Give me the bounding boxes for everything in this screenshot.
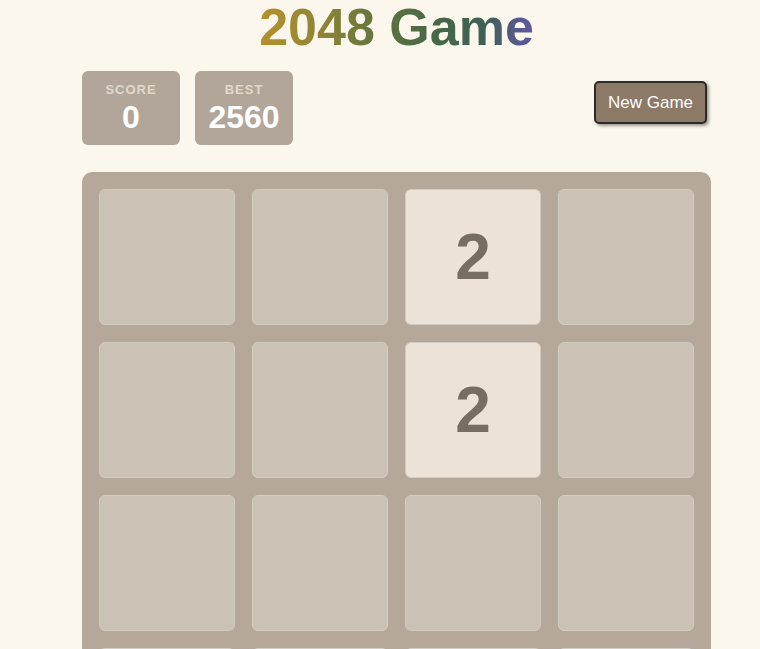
board-cell-empty <box>405 495 541 631</box>
board-cell-empty <box>252 342 388 478</box>
game-board: 22 <box>82 172 711 649</box>
board-cell-empty <box>558 495 694 631</box>
board-cell-empty <box>252 495 388 631</box>
board-cell-empty <box>99 342 235 478</box>
tile-2: 2 <box>405 342 541 478</box>
board-cell-empty <box>252 189 388 325</box>
board-cell-empty <box>99 495 235 631</box>
best-label: BEST <box>195 82 293 98</box>
score-box: SCORE 0 <box>82 71 180 145</box>
page-title: 2048 Game <box>82 0 711 56</box>
best-value: 2560 <box>195 98 293 136</box>
score-value: 0 <box>82 98 180 136</box>
best-score-box: BEST 2560 <box>195 71 293 145</box>
score-label: SCORE <box>82 82 180 98</box>
board-cell-empty <box>558 342 694 478</box>
tile-2: 2 <box>405 189 541 325</box>
board-cell-empty <box>558 189 694 325</box>
board-cell-empty <box>99 189 235 325</box>
page-title-text: 2048 Game <box>259 0 534 56</box>
new-game-button[interactable]: New Game <box>594 81 707 124</box>
